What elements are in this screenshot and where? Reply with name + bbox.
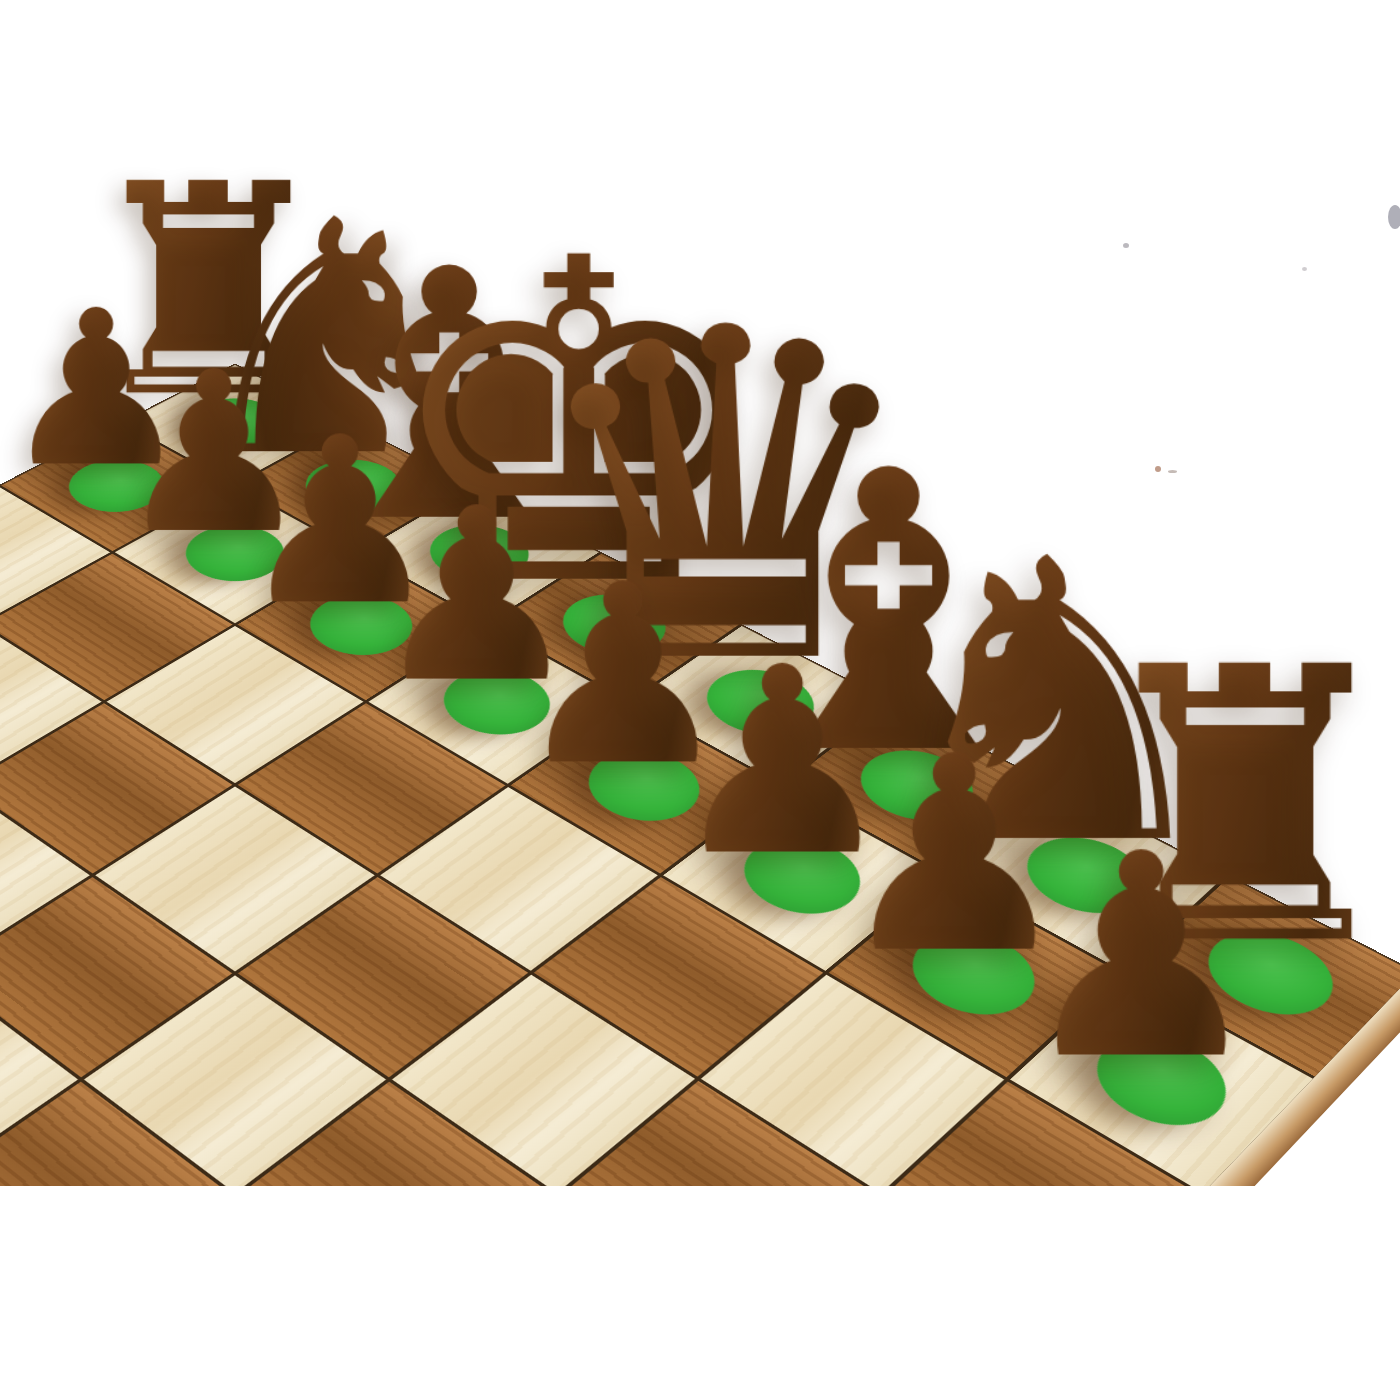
- background-mask: [0, 1186, 1400, 1400]
- photo-artifact-1: [1388, 205, 1400, 229]
- photo-artifact-5: [1168, 470, 1177, 473]
- product-photo-canvas: ♜♞♝♚♛♝♞♜♟♟♟♟♟♟♟♟: [0, 0, 1400, 1400]
- photo-artifact-3: [1302, 267, 1307, 271]
- photo-artifact-4: [1155, 466, 1161, 472]
- photo-artifact-2: [1123, 243, 1129, 248]
- rosewood-pawn-a7[interactable]: ♟: [1015, 817, 1267, 1098]
